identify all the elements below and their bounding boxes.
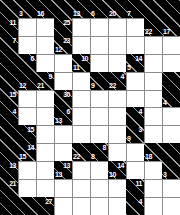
down-clue: 17 (163, 28, 170, 35)
clue-cell-r8c8: 18 (144, 143, 162, 161)
clue-cell-r1c3: 25 (54, 18, 72, 36)
white-cell-r7c9[interactable] (162, 125, 180, 143)
white-cell-r9c1[interactable] (18, 161, 36, 179)
down-clue: 15 (19, 153, 26, 160)
clue-cell-r7c1: 15 (18, 125, 36, 143)
white-cell-r6c5[interactable] (90, 107, 108, 125)
clue-cell-r6c0: 4 (0, 107, 18, 125)
white-cell-r2c1[interactable] (18, 36, 36, 54)
black-cell-r0c8 (144, 0, 162, 18)
white-cell-r3c6[interactable] (108, 54, 126, 72)
white-cell-r11c5[interactable] (90, 197, 108, 215)
black-cell-r11c1 (18, 197, 36, 215)
white-cell-r6c6[interactable] (108, 107, 126, 125)
white-cell-r8c6[interactable] (108, 143, 126, 161)
white-cell-r2c8[interactable] (144, 36, 162, 54)
across-clue: 11 (10, 19, 16, 26)
clue-cell-r3c1: 6 (18, 54, 36, 72)
white-cell-r10c3[interactable] (54, 179, 72, 197)
white-cell-r5c6[interactable] (108, 90, 126, 108)
white-cell-r10c9[interactable] (162, 179, 180, 197)
down-clue: 21 (37, 82, 44, 89)
down-clue: 6 (91, 10, 94, 17)
across-clue: 14 (27, 144, 34, 151)
across-clue: 27 (45, 198, 52, 205)
white-cell-r1c5[interactable] (90, 18, 108, 36)
white-cell-r1c1[interactable] (18, 18, 36, 36)
white-cell-r6c8[interactable] (144, 107, 162, 125)
across-clue: 4 (139, 198, 142, 205)
down-clue: 20 (109, 10, 116, 17)
white-cell-r1c6[interactable] (108, 18, 126, 36)
white-cell-r4c8[interactable] (144, 72, 162, 90)
clue-cell-r7c7: 39 (126, 125, 144, 143)
black-cell-r3c0 (0, 54, 18, 72)
clue-cell-r4c1: 12 (18, 72, 36, 90)
white-cell-r7c6[interactable] (108, 125, 126, 143)
down-clue: 7 (127, 10, 130, 17)
white-cell-r8c7[interactable] (126, 143, 144, 161)
white-cell-r4c4[interactable] (72, 72, 90, 90)
across-clue: 4 (121, 73, 124, 80)
across-clue: 13 (9, 162, 16, 169)
white-cell-r1c2[interactable] (36, 18, 54, 36)
across-clue: 3 (139, 126, 142, 133)
clue-cell-r11c7: 4 (126, 197, 144, 215)
white-cell-r6c1[interactable] (18, 107, 36, 125)
down-clue: 10 (109, 171, 116, 178)
white-cell-r6c4[interactable] (72, 107, 90, 125)
black-cell-r0c0 (0, 0, 18, 18)
white-cell-r7c5[interactable] (90, 125, 108, 143)
down-clue: 22 (73, 153, 80, 160)
across-clue: 30 (63, 91, 70, 98)
white-cell-r2c7[interactable] (126, 36, 144, 54)
clue-cell-r11c2: 27 (36, 197, 54, 215)
clue-cell-r3c7: 145 (126, 54, 144, 72)
clue-cell-r1c8: 22 (144, 18, 162, 36)
white-cell-r2c5[interactable] (90, 36, 108, 54)
white-cell-r10c8[interactable] (144, 179, 162, 197)
white-cell-r3c8[interactable] (144, 54, 162, 72)
black-cell-r4c0 (0, 72, 18, 90)
white-cell-r2c2[interactable] (36, 36, 54, 54)
white-cell-r6c2[interactable] (36, 107, 54, 125)
kakuro-board: 3161362071125221772312610111451292194221… (0, 0, 180, 215)
black-cell-r0c9 (162, 0, 180, 18)
down-clue: 8 (91, 153, 94, 160)
across-clue: 6 (67, 108, 70, 115)
clue-cell-r10c0: 21 (0, 179, 18, 197)
across-clue: 4 (139, 108, 142, 115)
white-cell-r1c4[interactable] (72, 18, 90, 36)
clue-cell-r8c4: 22 (72, 143, 90, 161)
white-cell-r4c3[interactable] (54, 72, 72, 90)
across-clue: 10 (81, 55, 88, 62)
white-cell-r5c8[interactable] (144, 90, 162, 108)
white-cell-r10c4[interactable] (72, 179, 90, 197)
white-cell-r5c1[interactable] (18, 90, 36, 108)
white-cell-r9c8[interactable] (144, 161, 162, 179)
white-cell-r7c8[interactable] (144, 125, 162, 143)
clue-cell-r0c4: 13 (72, 0, 90, 18)
down-clue: 22 (145, 28, 152, 35)
across-clue: 9 (49, 73, 52, 80)
white-cell-r1c7[interactable] (126, 18, 144, 36)
down-clue: 12 (55, 46, 62, 53)
black-cell-r8c0 (0, 143, 18, 161)
white-cell-r10c6[interactable] (108, 179, 126, 197)
down-clue: 3 (19, 10, 22, 17)
white-cell-r7c4[interactable] (72, 125, 90, 143)
clue-cell-r5c0: 15 (0, 90, 18, 108)
clue-cell-r0c7: 7 (126, 0, 144, 18)
clue-cell-r8c1: 1415 (18, 143, 36, 161)
clue-cell-r0c1: 3 (18, 0, 36, 18)
clue-cell-r9c9: 3 (162, 161, 180, 179)
across-clue: 11 (136, 180, 142, 187)
white-cell-r11c3[interactable] (54, 197, 72, 215)
white-cell-r5c2[interactable] (36, 90, 54, 108)
clue-cell-r9c0: 13 (0, 161, 18, 179)
white-cell-r9c7[interactable] (126, 161, 144, 179)
across-clue: 25 (63, 19, 70, 26)
down-clue: 9 (127, 135, 130, 142)
clue-cell-r9c3: 1313 (54, 161, 72, 179)
white-cell-r8c2[interactable] (36, 143, 54, 161)
across-clue: 14 (135, 55, 142, 62)
across-clue: 4 (13, 108, 16, 115)
clue-cell-r3c4: 1011 (72, 54, 90, 72)
across-clue: 21 (9, 180, 16, 187)
down-clue: 13 (55, 117, 62, 124)
clue-cell-r9c6: 1410 (108, 161, 126, 179)
down-clue: 3 (163, 171, 166, 178)
white-cell-r10c5[interactable] (90, 179, 108, 197)
clue-cell-r10c7: 11 (126, 179, 144, 197)
white-cell-r9c4[interactable] (72, 161, 90, 179)
down-clue: 4 (163, 99, 166, 106)
clue-cell-r5c9: 4 (162, 90, 180, 108)
black-cell-r4c9 (162, 72, 180, 90)
white-cell-r6c9[interactable] (162, 107, 180, 125)
across-clue: 15 (9, 91, 16, 98)
white-cell-r3c9[interactable] (162, 54, 180, 72)
black-cell-r8c9 (162, 143, 180, 161)
clue-cell-r2c0: 7 (0, 36, 18, 54)
white-cell-r7c3[interactable] (54, 125, 72, 143)
white-cell-r11c4[interactable] (72, 197, 90, 215)
white-cell-r3c5[interactable] (90, 54, 108, 72)
across-clue: 6 (31, 55, 34, 62)
across-clue: 13 (63, 162, 70, 169)
clue-cell-r0c6: 20 (108, 0, 126, 18)
down-clue: 12 (19, 82, 26, 89)
white-cell-r7c2[interactable] (36, 125, 54, 143)
across-clue: 8 (103, 144, 106, 151)
down-clue: 16 (37, 10, 44, 17)
white-cell-r11c9[interactable] (162, 197, 180, 215)
down-clue: 9 (91, 82, 94, 89)
white-cell-r10c1[interactable] (18, 179, 36, 197)
white-cell-r2c9[interactable] (162, 36, 180, 54)
white-cell-r10c2[interactable] (36, 179, 54, 197)
clue-cell-r4c2: 921 (36, 72, 54, 90)
down-clue: 11 (73, 64, 79, 71)
white-cell-r4c7[interactable] (126, 72, 144, 90)
clue-cell-r0c5: 6 (90, 0, 108, 18)
white-cell-r5c5[interactable] (90, 90, 108, 108)
clue-cell-r6c7: 4 (126, 107, 144, 125)
clue-cell-r1c0: 11 (0, 18, 18, 36)
down-clue: 13 (73, 10, 80, 17)
black-cell-r7c0 (0, 125, 18, 143)
down-clue: 5 (127, 64, 130, 71)
clue-cell-r8c5: 88 (90, 143, 108, 161)
white-cell-r8c3[interactable] (54, 143, 72, 161)
white-cell-r3c2[interactable] (36, 54, 54, 72)
across-clue: 7 (13, 37, 16, 44)
clue-cell-r4c5: 9 (90, 72, 108, 90)
clue-cell-r6c3: 613 (54, 107, 72, 125)
down-clue: 22 (109, 82, 116, 89)
black-cell-r0c3 (54, 0, 72, 18)
across-clue: 15 (27, 126, 34, 133)
white-cell-r5c4[interactable] (72, 90, 90, 108)
white-cell-r11c6[interactable] (108, 197, 126, 215)
white-cell-r9c2[interactable] (36, 161, 54, 179)
white-cell-r2c6[interactable] (108, 36, 126, 54)
across-clue: 14 (117, 162, 124, 169)
down-clue: 18 (145, 153, 152, 160)
across-clue: 23 (63, 37, 70, 44)
clue-cell-r5c3: 30 (54, 90, 72, 108)
white-cell-r5c7[interactable] (126, 90, 144, 108)
white-cell-r3c3[interactable] (54, 54, 72, 72)
down-clue: 13 (55, 171, 62, 178)
white-cell-r9c5[interactable] (90, 161, 108, 179)
clue-cell-r0c2: 16 (36, 0, 54, 18)
clue-cell-r1c9: 17 (162, 18, 180, 36)
white-cell-r2c4[interactable] (72, 36, 90, 54)
clue-cell-r2c3: 2312 (54, 36, 72, 54)
clue-cell-r4c6: 422 (108, 72, 126, 90)
white-cell-r11c8[interactable] (144, 197, 162, 215)
black-cell-r11c0 (0, 197, 18, 215)
